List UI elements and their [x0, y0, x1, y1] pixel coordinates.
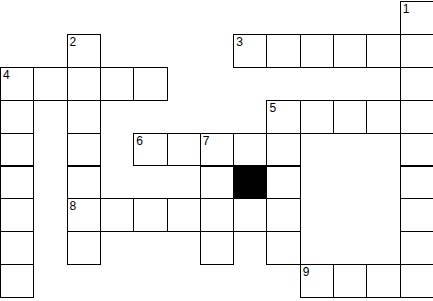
crossword-cell[interactable] [266, 34, 300, 68]
clue-number: 9 [303, 265, 310, 279]
crossword-cell[interactable] [200, 198, 234, 232]
crossword-cell[interactable] [366, 264, 400, 298]
crossword-cell[interactable]: 2 [67, 34, 101, 68]
crossword-cell[interactable] [0, 264, 34, 298]
clue-number: 6 [136, 134, 143, 148]
crossword-cell[interactable] [400, 198, 433, 232]
crossword-cell[interactable] [366, 100, 400, 134]
clue-number: 7 [203, 134, 210, 148]
crossword-cell[interactable] [366, 34, 400, 68]
crossword-cell[interactable] [100, 67, 134, 101]
crossword-cell[interactable] [300, 100, 334, 134]
crossword-cell[interactable] [0, 100, 34, 134]
crossword-cell[interactable]: 9 [300, 264, 334, 298]
crossword-cell[interactable]: 6 [133, 133, 167, 167]
crossword-cell[interactable]: 8 [67, 198, 101, 232]
crossword-cell[interactable] [133, 67, 167, 101]
crossword-cell[interactable] [200, 166, 234, 200]
crossword-cell[interactable] [233, 198, 267, 232]
crossword-cell[interactable] [167, 133, 201, 167]
clue-number: 1 [403, 2, 410, 16]
crossword-cell[interactable] [233, 133, 267, 167]
crossword-cell[interactable]: 5 [266, 100, 300, 134]
clue-number: 5 [269, 101, 276, 115]
crossword-cell[interactable] [0, 166, 34, 200]
crossword-cell[interactable] [333, 34, 367, 68]
crossword-cell[interactable] [266, 133, 300, 167]
crossword-cell[interactable] [200, 231, 234, 265]
crossword-cell[interactable] [400, 264, 433, 298]
crossword-cell[interactable] [400, 166, 433, 200]
crossword-cell[interactable] [400, 133, 433, 167]
crossword-cell[interactable] [400, 67, 433, 101]
crossword-cell[interactable] [400, 34, 433, 68]
crossword-cell[interactable] [67, 231, 101, 265]
crossword-cell[interactable] [133, 198, 167, 232]
clue-number: 8 [70, 199, 77, 213]
crossword-cell[interactable] [67, 100, 101, 134]
crossword-cell[interactable] [300, 34, 334, 68]
crossword-cell[interactable] [100, 198, 134, 232]
crossword-cell[interactable]: 4 [0, 67, 34, 101]
crossword-cell[interactable] [0, 198, 34, 232]
crossword-cell[interactable] [67, 166, 101, 200]
crossword-cell[interactable]: 3 [233, 34, 267, 68]
crossword-cell[interactable] [400, 231, 433, 265]
crossword-cell[interactable] [0, 231, 34, 265]
crossword-cell[interactable] [266, 166, 300, 200]
blocked-cell [233, 166, 267, 200]
crossword-cell[interactable] [333, 264, 367, 298]
crossword-cell[interactable] [67, 67, 101, 101]
crossword-cell[interactable] [167, 198, 201, 232]
crossword-cell[interactable] [333, 100, 367, 134]
crossword-cell[interactable]: 1 [400, 1, 433, 35]
clue-number: 2 [70, 35, 77, 49]
crossword-cell[interactable] [400, 100, 433, 134]
crossword-grid: 123456789 [0, 0, 433, 301]
clue-number: 4 [3, 68, 10, 82]
crossword-puzzle: 123456789 [0, 0, 433, 301]
crossword-cell[interactable] [67, 133, 101, 167]
clue-number: 3 [236, 35, 243, 49]
crossword-cell[interactable] [266, 198, 300, 232]
crossword-cell[interactable]: 7 [200, 133, 234, 167]
crossword-cell[interactable] [0, 133, 34, 167]
crossword-cell[interactable] [33, 67, 67, 101]
crossword-cell[interactable] [266, 231, 300, 265]
